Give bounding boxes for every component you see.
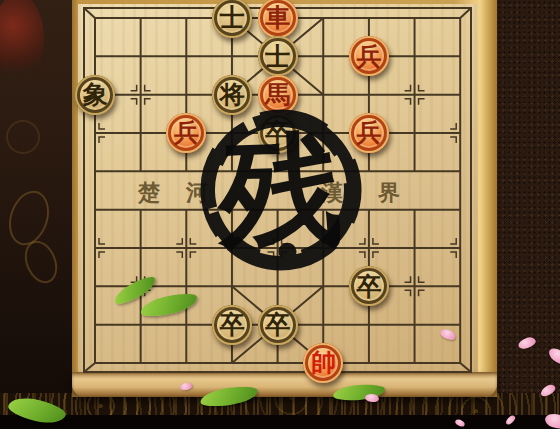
red-horse-label: 馬 xyxy=(265,82,290,107)
red-soldier-2-label: 兵 xyxy=(174,120,199,145)
gold-swirl-decor xyxy=(0,113,47,161)
red-horse[interactable]: 馬 xyxy=(258,75,298,115)
left-decor-panel xyxy=(0,0,72,429)
black-soldier-4-label: 卒 xyxy=(265,312,290,337)
black-elephant[interactable]: 象 xyxy=(75,75,115,115)
black-advisor-1-label: 士 xyxy=(220,5,245,30)
red-ornament xyxy=(0,0,44,84)
black-soldier-1-label: 卒 xyxy=(265,120,290,145)
red-general[interactable]: 帥 xyxy=(303,343,343,383)
black-elephant-label: 象 xyxy=(83,82,108,107)
pieces-grid: 士車士兵象将馬兵卒兵卒卒卒帥 xyxy=(72,0,483,382)
xiangqi-app: 楚河 漢界 士車士兵象将馬兵卒兵卒卒卒帥 残 xyxy=(0,0,560,429)
xiangqi-board[interactable]: 楚河 漢界 士車士兵象将馬兵卒兵卒卒卒帥 残 xyxy=(72,0,497,397)
black-soldier-3[interactable]: 卒 xyxy=(212,305,252,345)
red-chariot[interactable]: 車 xyxy=(258,0,298,38)
black-soldier-2[interactable]: 卒 xyxy=(349,266,389,306)
black-soldier-3-label: 卒 xyxy=(220,312,245,337)
right-leather-panel xyxy=(497,0,560,429)
black-general[interactable]: 将 xyxy=(212,75,252,115)
black-advisor-2[interactable]: 士 xyxy=(258,36,298,76)
bottom-black-band xyxy=(0,415,560,429)
red-soldier-1-label: 兵 xyxy=(357,44,382,69)
black-soldier-4[interactable]: 卒 xyxy=(258,305,298,345)
black-soldier-1[interactable]: 卒 xyxy=(258,113,298,153)
red-chariot-label: 車 xyxy=(265,5,290,30)
red-general-label: 帥 xyxy=(311,350,336,375)
black-advisor-1[interactable]: 士 xyxy=(212,0,252,38)
black-advisor-2-label: 士 xyxy=(265,44,290,69)
red-soldier-2[interactable]: 兵 xyxy=(166,113,206,153)
red-soldier-1[interactable]: 兵 xyxy=(349,36,389,76)
red-soldier-3-label: 兵 xyxy=(357,120,382,145)
black-general-label: 将 xyxy=(220,82,245,107)
black-soldier-2-label: 卒 xyxy=(357,274,382,299)
gold-swirl-decor xyxy=(2,185,55,250)
red-soldier-3[interactable]: 兵 xyxy=(349,113,389,153)
